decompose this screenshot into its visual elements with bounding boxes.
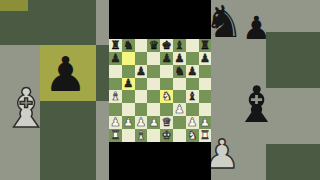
square-h1[interactable]: ♜ <box>199 129 212 142</box>
white-pawn: ♟ <box>136 116 146 128</box>
square-h7[interactable]: ♟ <box>199 52 212 65</box>
square-f2[interactable] <box>173 116 186 129</box>
square-c4[interactable] <box>135 90 148 103</box>
square-a1[interactable]: ♜ <box>109 129 122 142</box>
square-c5[interactable] <box>135 78 148 91</box>
square-b2[interactable]: ♟ <box>122 116 135 129</box>
black-pawn: ♟ <box>123 78 133 90</box>
letterbox-bottom <box>109 142 211 180</box>
white-knight: ♞ <box>161 91 171 103</box>
black-pawn: ♟ <box>174 52 184 64</box>
square-b7[interactable] <box>122 52 135 65</box>
chess-board[interactable]: ♜♞♛♚♝♜♟♟♟♟♟♞♟♟♝♞♝♟♟♟♟♟♛♟♟♜♝♚♞♜ <box>109 39 211 141</box>
square-h4[interactable] <box>199 90 212 103</box>
square-c8[interactable] <box>135 39 148 52</box>
square-d5[interactable] <box>147 78 160 91</box>
backdrop-black-pawn: ♟ <box>44 50 87 98</box>
black-pawn: ♟ <box>136 65 146 77</box>
letterbox-top <box>109 0 211 39</box>
black-bishop: ♝ <box>187 91 197 103</box>
square-g8[interactable] <box>186 39 199 52</box>
square-b1[interactable] <box>122 129 135 142</box>
square-c1[interactable]: ♝ <box>135 129 148 142</box>
square-a6[interactable] <box>109 65 122 78</box>
white-bishop: ♝ <box>136 129 146 141</box>
black-rook: ♜ <box>110 39 120 51</box>
black-knight: ♞ <box>174 65 184 77</box>
video-letterbox-column: ♜♞♛♚♝♜♟♟♟♟♟♞♟♟♝♞♝♟♟♟♟♟♛♟♟♜♝♚♞♜ <box>109 0 211 180</box>
square-f5[interactable] <box>173 78 186 91</box>
white-rook: ♜ <box>110 129 120 141</box>
square-f6[interactable]: ♞ <box>173 65 186 78</box>
white-queen: ♛ <box>161 116 171 128</box>
square-e7[interactable]: ♟ <box>160 52 173 65</box>
video-frame: ♟♝♞♟♝♟ ♜♞♛♚♝♜♟♟♟♟♟♞♟♟♝♞♝♟♟♟♟♟♛♟♟♜♝♚♞♜ <box>0 0 320 180</box>
square-d7[interactable] <box>147 52 160 65</box>
black-queen: ♛ <box>149 39 159 51</box>
square-b8[interactable]: ♞ <box>122 39 135 52</box>
black-knight: ♞ <box>123 39 133 51</box>
white-pawn: ♟ <box>200 116 210 128</box>
black-rook: ♜ <box>200 39 210 51</box>
square-b4[interactable] <box>122 90 135 103</box>
square-b5[interactable]: ♟ <box>122 78 135 91</box>
square-e6[interactable] <box>160 65 173 78</box>
white-pawn: ♟ <box>110 116 120 128</box>
square-d1[interactable] <box>147 129 160 142</box>
black-bishop: ♝ <box>174 39 184 51</box>
square-h5[interactable] <box>199 78 212 91</box>
backdrop-black-bishop: ♝ <box>234 80 279 130</box>
black-pawn: ♟ <box>187 65 197 77</box>
square-g6[interactable]: ♟ <box>186 65 199 78</box>
black-pawn: ♟ <box>161 52 171 64</box>
backdrop-black-pawn: ♟ <box>242 12 271 44</box>
white-pawn: ♟ <box>149 116 159 128</box>
white-pawn: ♟ <box>123 116 133 128</box>
white-king: ♚ <box>161 129 171 141</box>
square-d4[interactable] <box>147 90 160 103</box>
square-c6[interactable]: ♟ <box>135 65 148 78</box>
black-pawn: ♟ <box>200 52 210 64</box>
square-d6[interactable] <box>147 65 160 78</box>
square-d2[interactable]: ♟ <box>147 116 160 129</box>
square-e4[interactable]: ♞ <box>160 90 173 103</box>
black-pawn: ♟ <box>110 52 120 64</box>
black-king: ♚ <box>161 39 171 51</box>
white-pawn: ♟ <box>187 116 197 128</box>
white-bishop: ♝ <box>110 91 120 103</box>
white-rook: ♜ <box>200 129 210 141</box>
square-a4[interactable]: ♝ <box>109 90 122 103</box>
square-g4[interactable]: ♝ <box>186 90 199 103</box>
backdrop-white-bishop: ♝ <box>2 82 50 136</box>
square-g1[interactable]: ♞ <box>186 129 199 142</box>
square-e1[interactable]: ♚ <box>160 129 173 142</box>
square-d8[interactable]: ♛ <box>147 39 160 52</box>
white-knight: ♞ <box>187 129 197 141</box>
square-a7[interactable]: ♟ <box>109 52 122 65</box>
square-f3[interactable]: ♟ <box>173 103 186 116</box>
square-h6[interactable] <box>199 65 212 78</box>
square-f1[interactable] <box>173 129 186 142</box>
white-pawn: ♟ <box>174 103 184 115</box>
